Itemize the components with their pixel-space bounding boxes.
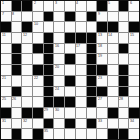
black-cell [33,129,43,139]
white-cell[interactable] [22,44,32,54]
black-cell [65,33,75,43]
black-cell [119,76,129,86]
white-cell[interactable] [1,129,11,139]
white-cell[interactable]: 12 [22,33,32,43]
white-cell[interactable] [129,97,139,107]
black-cell [87,119,97,129]
white-cell[interactable] [76,97,86,107]
crossword-grid: 1234567891011121314151617181920212223242… [0,0,140,140]
white-cell[interactable]: 13 [97,33,107,43]
clue-number: 1 [2,1,4,5]
black-cell [87,65,97,75]
white-cell[interactable]: 11 [1,33,11,43]
black-cell [1,22,11,32]
black-cell [65,12,75,22]
white-cell[interactable] [119,22,129,32]
white-cell[interactable]: 21 [1,76,11,86]
clue-number: 8 [12,12,14,16]
black-cell [33,65,43,75]
black-cell [97,22,107,32]
white-cell[interactable]: 1 [1,1,11,11]
white-cell[interactable]: 3 [54,1,64,11]
white-cell[interactable]: 16 [54,44,64,54]
clue-number: 35 [44,129,48,133]
black-cell [119,44,129,54]
white-cell[interactable] [87,22,97,32]
clue-number: 23 [98,76,102,80]
white-cell[interactable]: 32 [22,119,32,129]
white-cell[interactable] [76,87,86,97]
white-cell[interactable] [76,108,86,118]
clue-number: 21 [2,76,6,80]
white-cell[interactable] [12,108,22,118]
white-cell[interactable] [87,108,97,118]
clue-number: 11 [2,33,6,37]
clue-number: 29 [44,108,48,112]
black-cell [97,87,107,97]
black-cell [76,33,86,43]
white-cell[interactable] [65,1,75,11]
white-cell[interactable] [76,65,86,75]
black-cell [65,97,75,107]
black-cell [108,22,118,32]
black-cell [12,87,22,97]
white-cell[interactable] [44,1,54,11]
black-cell [33,108,43,118]
white-cell[interactable] [108,87,118,97]
white-cell[interactable] [33,119,43,129]
white-cell[interactable]: 33 [97,119,107,129]
black-cell [108,108,118,118]
white-cell[interactable]: 27 [97,97,107,107]
white-cell[interactable] [54,54,64,64]
white-cell[interactable] [108,97,118,107]
black-cell [87,97,97,107]
black-cell [44,76,54,86]
white-cell[interactable]: 35 [44,129,54,139]
white-cell[interactable] [65,44,75,54]
clue-number: 13 [98,33,102,37]
white-cell[interactable] [76,129,86,139]
white-cell[interactable] [97,108,107,118]
black-cell [33,44,43,54]
white-cell[interactable] [76,22,86,32]
white-cell[interactable]: 24 [54,87,64,97]
black-cell [44,87,54,97]
white-cell[interactable] [87,1,97,11]
clue-number: 24 [55,87,59,91]
white-cell[interactable] [22,97,32,107]
black-cell [12,54,22,64]
white-cell[interactable] [12,22,22,32]
white-cell[interactable] [12,76,22,86]
clue-number: 7 [2,12,4,16]
black-cell [87,33,97,43]
white-cell[interactable] [1,65,11,75]
white-cell[interactable]: 7 [1,12,11,22]
black-cell [65,119,75,129]
white-cell[interactable]: 2 [33,1,43,11]
clue-number: 4 [76,1,78,5]
white-cell[interactable] [33,54,43,64]
white-cell[interactable] [65,65,75,75]
white-cell[interactable] [76,54,86,64]
clue-number: 31 [2,119,6,123]
black-cell [119,87,129,97]
black-cell [119,1,129,11]
black-cell [119,65,129,75]
white-cell[interactable] [108,119,118,129]
black-cell [44,12,54,22]
clue-number: 18 [98,44,102,48]
white-cell[interactable]: 5 [108,1,118,11]
white-cell[interactable]: 34 [129,119,139,129]
clue-number: 2 [34,1,36,5]
black-cell [12,65,22,75]
white-cell[interactable] [54,76,64,86]
white-cell[interactable]: 10 [33,22,43,32]
white-cell[interactable] [22,76,32,86]
white-cell[interactable] [119,108,129,118]
white-cell[interactable] [119,54,129,64]
clue-number: 6 [130,1,132,5]
white-cell[interactable] [119,33,129,43]
white-cell[interactable] [108,54,118,64]
black-cell [44,65,54,75]
clue-number: 12 [23,33,27,37]
black-cell [65,54,75,64]
white-cell[interactable]: 23 [97,76,107,86]
white-cell[interactable] [22,87,32,97]
white-cell[interactable] [76,76,86,86]
black-cell [54,97,64,107]
black-cell [87,54,97,64]
white-cell[interactable]: 30 [54,108,64,118]
clue-number: 27 [98,97,102,101]
clue-number: 17 [76,44,80,48]
white-cell[interactable] [22,54,32,64]
white-cell[interactable]: 25 [1,97,11,107]
black-cell [44,97,54,107]
black-cell [108,129,118,139]
clue-number: 20 [55,65,59,69]
black-cell [129,108,139,118]
black-cell [87,76,97,86]
clue-number: 14 [108,33,112,37]
white-cell[interactable] [119,12,129,22]
black-cell [44,119,54,129]
white-cell[interactable] [65,129,75,139]
black-cell [44,33,54,43]
black-cell [44,44,54,54]
clue-number: 33 [98,119,102,123]
white-cell[interactable] [108,12,118,22]
white-cell[interactable] [97,129,107,139]
white-cell[interactable] [54,129,64,139]
white-cell[interactable] [1,54,11,64]
white-cell[interactable] [65,108,75,118]
white-cell[interactable] [33,97,43,107]
black-cell [119,129,129,139]
white-cell[interactable]: 22 [33,76,43,86]
white-cell[interactable] [1,44,11,54]
white-cell[interactable] [65,87,75,97]
white-cell[interactable] [54,22,64,32]
white-cell[interactable]: 4 [76,1,86,11]
black-cell [65,76,75,86]
black-cell [129,22,139,32]
white-cell[interactable] [108,76,118,86]
clue-number: 22 [34,76,38,80]
black-cell [87,44,97,54]
clue-number: 32 [23,119,27,123]
white-cell[interactable] [87,129,97,139]
white-cell[interactable]: 20 [54,65,64,75]
black-cell [12,1,22,11]
white-cell[interactable] [44,22,54,32]
clue-number: 25 [2,97,6,101]
white-cell[interactable] [12,33,22,43]
clue-number: 9 [98,12,100,16]
clue-number: 10 [34,22,38,26]
white-cell[interactable] [129,54,139,64]
white-cell[interactable] [76,12,86,22]
white-cell[interactable] [33,33,43,43]
white-cell[interactable] [129,87,139,97]
white-cell[interactable] [22,129,32,139]
clue-number: 15 [130,33,134,37]
black-cell [97,65,107,75]
clue-number: 30 [55,108,59,112]
clue-number: 19 [98,54,102,58]
black-cell [87,12,97,22]
black-cell [1,108,11,118]
white-cell[interactable] [33,87,43,97]
clue-number: 34 [130,119,134,123]
white-cell[interactable]: 14 [108,33,118,43]
white-cell[interactable] [54,12,64,22]
black-cell [12,44,22,54]
white-cell[interactable] [108,65,118,75]
white-cell[interactable] [1,87,11,97]
clue-number: 26 [12,97,16,101]
black-cell [22,1,32,11]
white-cell[interactable]: 29 [44,108,54,118]
black-cell [22,22,32,32]
black-cell [44,54,54,64]
white-cell[interactable] [119,119,129,129]
white-cell[interactable] [54,119,64,129]
black-cell [12,129,22,139]
white-cell[interactable] [22,12,32,22]
white-cell[interactable] [33,12,43,22]
white-cell[interactable] [129,12,139,22]
white-cell[interactable]: 8 [12,12,22,22]
white-cell[interactable]: 26 [12,97,22,107]
white-cell[interactable]: 28 [119,97,129,107]
white-cell[interactable] [76,119,86,129]
white-cell[interactable]: 6 [129,1,139,11]
white-cell[interactable] [129,44,139,54]
clue-number: 3 [55,1,57,5]
white-cell[interactable] [129,76,139,86]
black-cell [22,108,32,118]
white-cell[interactable] [12,119,22,129]
white-cell[interactable]: 17 [76,44,86,54]
white-cell[interactable]: 19 [97,54,107,64]
white-cell[interactable]: 31 [1,119,11,129]
black-cell [87,87,97,97]
clue-number: 28 [119,97,123,101]
white-cell[interactable]: 15 [129,33,139,43]
white-cell[interactable] [108,44,118,54]
white-cell[interactable]: 9 [97,12,107,22]
white-cell[interactable] [129,65,139,75]
black-cell [97,1,107,11]
white-cell[interactable] [129,129,139,139]
clue-number: 5 [108,1,110,5]
white-cell[interactable] [65,22,75,32]
clue-number: 16 [55,44,59,48]
white-cell[interactable]: 18 [97,44,107,54]
white-cell[interactable] [22,65,32,75]
white-cell[interactable] [54,33,64,43]
